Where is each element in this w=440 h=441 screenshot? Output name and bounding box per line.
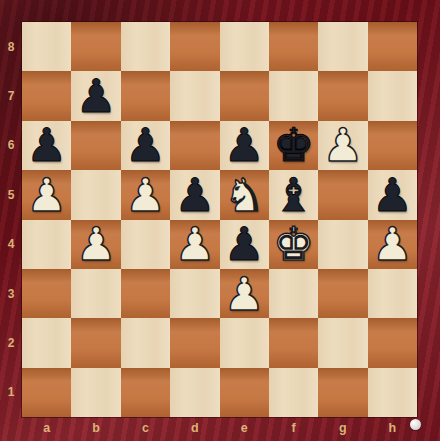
square-c7[interactable] bbox=[121, 71, 170, 120]
file-label-a: a bbox=[22, 417, 71, 441]
square-b5[interactable] bbox=[71, 170, 120, 219]
square-e2[interactable] bbox=[220, 318, 269, 367]
square-f1[interactable] bbox=[269, 368, 318, 417]
rank-labels: 87654321 bbox=[0, 22, 22, 417]
square-e4[interactable]: ♟ bbox=[220, 220, 269, 269]
rank-label-4: 4 bbox=[0, 220, 22, 269]
white-king[interactable]: ♚ bbox=[273, 221, 314, 267]
white-pawn[interactable]: ♟ bbox=[75, 221, 116, 267]
square-b3[interactable] bbox=[71, 269, 120, 318]
black-pawn[interactable]: ♟ bbox=[125, 122, 166, 168]
square-c5[interactable]: ♟ bbox=[121, 170, 170, 219]
black-pawn[interactable]: ♟ bbox=[26, 122, 67, 168]
square-f2[interactable] bbox=[269, 318, 318, 367]
black-pawn[interactable]: ♟ bbox=[224, 221, 265, 267]
square-e3[interactable]: ♟ bbox=[220, 269, 269, 318]
square-g7[interactable] bbox=[318, 71, 367, 120]
square-g6[interactable]: ♟ bbox=[318, 121, 367, 170]
square-b2[interactable] bbox=[71, 318, 120, 367]
square-e6[interactable]: ♟ bbox=[220, 121, 269, 170]
square-a4[interactable] bbox=[22, 220, 71, 269]
square-d7[interactable] bbox=[170, 71, 219, 120]
square-f4[interactable]: ♚ bbox=[269, 220, 318, 269]
square-f7[interactable] bbox=[269, 71, 318, 120]
square-b1[interactable] bbox=[71, 368, 120, 417]
black-king[interactable]: ♚ bbox=[273, 122, 314, 168]
square-g3[interactable] bbox=[318, 269, 367, 318]
white-pawn[interactable]: ♟ bbox=[174, 221, 215, 267]
white-pawn[interactable]: ♟ bbox=[372, 221, 413, 267]
square-h1[interactable] bbox=[368, 368, 417, 417]
square-f3[interactable] bbox=[269, 269, 318, 318]
white-pawn[interactable]: ♟ bbox=[322, 122, 363, 168]
rank-label-8: 8 bbox=[0, 22, 22, 71]
square-a7[interactable] bbox=[22, 71, 71, 120]
square-a5[interactable]: ♟ bbox=[22, 170, 71, 219]
white-pawn[interactable]: ♟ bbox=[26, 172, 67, 218]
square-d6[interactable] bbox=[170, 121, 219, 170]
white-to-move-indicator bbox=[410, 419, 421, 430]
square-d2[interactable] bbox=[170, 318, 219, 367]
rank-label-2: 2 bbox=[0, 318, 22, 367]
square-c1[interactable] bbox=[121, 368, 170, 417]
rank-label-1: 1 bbox=[0, 368, 22, 417]
white-pawn[interactable]: ♟ bbox=[224, 271, 265, 317]
square-h4[interactable]: ♟ bbox=[368, 220, 417, 269]
rank-label-3: 3 bbox=[0, 269, 22, 318]
rank-label-6: 6 bbox=[0, 121, 22, 170]
file-label-g: g bbox=[318, 417, 367, 441]
square-h7[interactable] bbox=[368, 71, 417, 120]
file-label-d: d bbox=[170, 417, 219, 441]
square-d3[interactable] bbox=[170, 269, 219, 318]
square-h6[interactable] bbox=[368, 121, 417, 170]
square-f8[interactable] bbox=[269, 22, 318, 71]
square-c6[interactable]: ♟ bbox=[121, 121, 170, 170]
file-label-e: e bbox=[220, 417, 269, 441]
rank-label-5: 5 bbox=[0, 170, 22, 219]
chess-board: ♟♟♟♟♚♟♟♟♟♞♝♟♟♟♟♚♟♟ bbox=[22, 22, 417, 417]
square-c8[interactable] bbox=[121, 22, 170, 71]
square-b6[interactable] bbox=[71, 121, 120, 170]
square-e8[interactable] bbox=[220, 22, 269, 71]
black-pawn[interactable]: ♟ bbox=[75, 73, 116, 119]
square-d4[interactable]: ♟ bbox=[170, 220, 219, 269]
square-b7[interactable]: ♟ bbox=[71, 71, 120, 120]
square-g1[interactable] bbox=[318, 368, 367, 417]
file-label-h: h bbox=[368, 417, 417, 441]
square-d1[interactable] bbox=[170, 368, 219, 417]
square-b4[interactable]: ♟ bbox=[71, 220, 120, 269]
square-h8[interactable] bbox=[368, 22, 417, 71]
square-b8[interactable] bbox=[71, 22, 120, 71]
white-pawn[interactable]: ♟ bbox=[125, 172, 166, 218]
square-a6[interactable]: ♟ bbox=[22, 121, 71, 170]
square-d5[interactable]: ♟ bbox=[170, 170, 219, 219]
square-a8[interactable] bbox=[22, 22, 71, 71]
black-pawn[interactable]: ♟ bbox=[224, 122, 265, 168]
square-e7[interactable] bbox=[220, 71, 269, 120]
square-h5[interactable]: ♟ bbox=[368, 170, 417, 219]
square-f6[interactable]: ♚ bbox=[269, 121, 318, 170]
square-h2[interactable] bbox=[368, 318, 417, 367]
square-g4[interactable] bbox=[318, 220, 367, 269]
file-label-f: f bbox=[269, 417, 318, 441]
square-d8[interactable] bbox=[170, 22, 219, 71]
square-e5[interactable]: ♞ bbox=[220, 170, 269, 219]
square-a2[interactable] bbox=[22, 318, 71, 367]
file-label-b: b bbox=[71, 417, 120, 441]
black-pawn[interactable]: ♟ bbox=[174, 172, 215, 218]
square-f5[interactable]: ♝ bbox=[269, 170, 318, 219]
square-c4[interactable] bbox=[121, 220, 170, 269]
square-c2[interactable] bbox=[121, 318, 170, 367]
square-g2[interactable] bbox=[318, 318, 367, 367]
square-g5[interactable] bbox=[318, 170, 367, 219]
rank-label-7: 7 bbox=[0, 71, 22, 120]
black-bishop[interactable]: ♝ bbox=[273, 172, 314, 218]
square-a1[interactable] bbox=[22, 368, 71, 417]
square-a3[interactable] bbox=[22, 269, 71, 318]
square-g8[interactable] bbox=[318, 22, 367, 71]
file-label-c: c bbox=[121, 417, 170, 441]
chess-board-frame: 87654321 ♟♟♟♟♚♟♟♟♟♞♝♟♟♟♟♚♟♟ abcdefgh bbox=[0, 0, 440, 441]
black-pawn[interactable]: ♟ bbox=[372, 172, 413, 218]
square-e1[interactable] bbox=[220, 368, 269, 417]
square-c3[interactable] bbox=[121, 269, 170, 318]
square-h3[interactable] bbox=[368, 269, 417, 318]
white-knight[interactable]: ♞ bbox=[224, 172, 265, 218]
file-labels: abcdefgh bbox=[22, 417, 417, 441]
